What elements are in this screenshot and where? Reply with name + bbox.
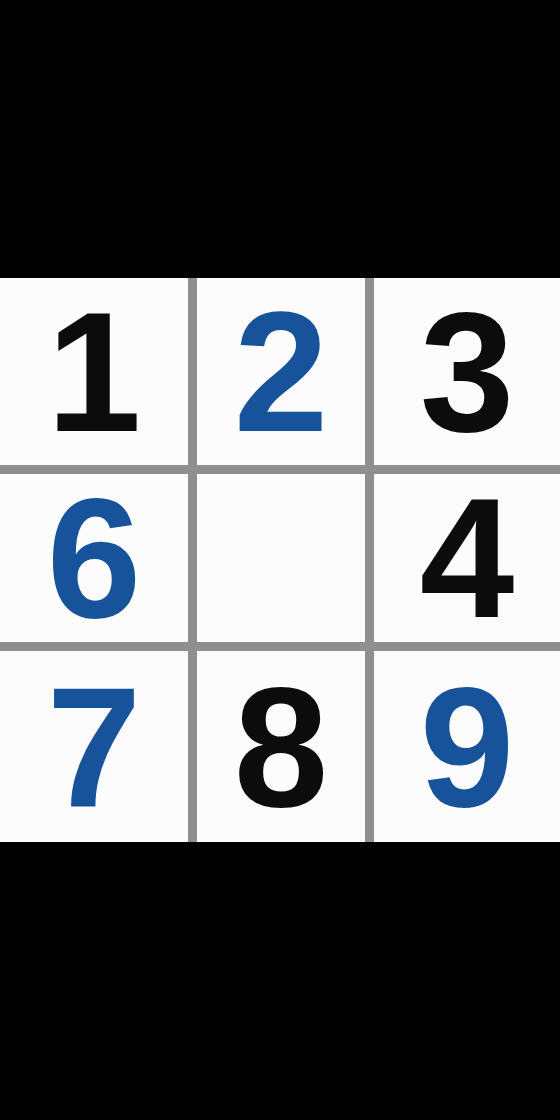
sudoku-cell[interactable]: 2 (197, 278, 365, 465)
sudoku-board: 1 2 3 6 4 7 8 9 (0, 278, 560, 842)
cell-digit: 1 (47, 287, 142, 457)
cell-digit: 7 (47, 662, 142, 832)
cell-digit: 2 (234, 287, 329, 457)
sudoku-cell-empty[interactable] (197, 474, 365, 642)
sudoku-cell[interactable]: 1 (0, 278, 188, 465)
sudoku-cell[interactable]: 4 (374, 474, 560, 642)
cell-digit: 9 (420, 662, 515, 832)
cell-digit: 4 (420, 474, 515, 642)
letterbox-bottom (0, 842, 560, 1120)
sudoku-cell[interactable]: 7 (0, 651, 188, 842)
cell-digit: 8 (234, 662, 329, 832)
sudoku-cell[interactable]: 8 (197, 651, 365, 842)
sudoku-cell[interactable]: 9 (374, 651, 560, 842)
letterbox-top (0, 0, 560, 278)
cell-digit: 3 (420, 287, 515, 457)
sudoku-cell[interactable]: 6 (0, 474, 188, 642)
cell-digit: 6 (47, 474, 142, 642)
sudoku-cell[interactable]: 3 (374, 278, 560, 465)
